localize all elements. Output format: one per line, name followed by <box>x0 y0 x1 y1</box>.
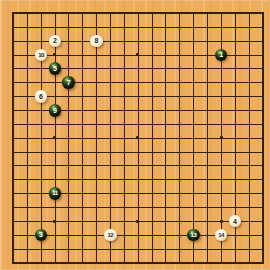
intersection[interactable] <box>48 173 62 187</box>
intersection[interactable] <box>256 214 270 228</box>
intersection[interactable] <box>200 214 214 228</box>
intersection[interactable] <box>159 76 173 90</box>
intersection[interactable] <box>6 186 20 200</box>
intersection[interactable] <box>89 6 103 20</box>
intersection[interactable] <box>242 62 256 76</box>
stone-black-11-D6[interactable]: 11 <box>49 187 62 200</box>
intersection[interactable] <box>256 6 270 20</box>
intersection[interactable] <box>20 159 34 173</box>
intersection[interactable] <box>6 89 20 103</box>
intersection[interactable] <box>34 6 48 20</box>
intersection[interactable] <box>214 256 228 270</box>
intersection[interactable] <box>34 200 48 214</box>
intersection[interactable] <box>173 159 187 173</box>
intersection[interactable] <box>103 48 117 62</box>
intersection[interactable] <box>20 76 34 90</box>
intersection[interactable] <box>214 131 228 145</box>
intersection[interactable] <box>173 242 187 256</box>
intersection[interactable] <box>103 186 117 200</box>
intersection[interactable] <box>62 20 76 34</box>
intersection[interactable] <box>76 228 90 242</box>
intersection[interactable] <box>103 20 117 34</box>
intersection[interactable] <box>145 117 159 131</box>
intersection[interactable] <box>103 256 117 270</box>
intersection[interactable] <box>242 34 256 48</box>
intersection[interactable] <box>6 159 20 173</box>
intersection[interactable] <box>200 145 214 159</box>
intersection[interactable] <box>6 117 20 131</box>
intersection[interactable] <box>256 62 270 76</box>
intersection[interactable] <box>20 117 34 131</box>
intersection[interactable] <box>20 131 34 145</box>
intersection[interactable] <box>34 34 48 48</box>
intersection[interactable] <box>145 242 159 256</box>
intersection[interactable] <box>62 256 76 270</box>
intersection[interactable] <box>173 186 187 200</box>
intersection[interactable] <box>117 214 131 228</box>
intersection[interactable] <box>34 103 48 117</box>
intersection[interactable] <box>228 159 242 173</box>
intersection[interactable] <box>173 256 187 270</box>
intersection[interactable] <box>62 131 76 145</box>
intersection[interactable] <box>131 159 145 173</box>
intersection[interactable] <box>200 228 214 242</box>
intersection[interactable] <box>214 173 228 187</box>
intersection[interactable] <box>242 200 256 214</box>
intersection[interactable] <box>173 6 187 20</box>
intersection[interactable] <box>89 62 103 76</box>
intersection[interactable] <box>131 242 145 256</box>
intersection[interactable] <box>20 103 34 117</box>
intersection[interactable] <box>6 131 20 145</box>
intersection[interactable] <box>186 256 200 270</box>
intersection[interactable] <box>76 131 90 145</box>
intersection[interactable] <box>159 6 173 20</box>
intersection[interactable] <box>103 242 117 256</box>
intersection[interactable] <box>242 159 256 173</box>
intersection[interactable] <box>117 186 131 200</box>
intersection[interactable] <box>34 62 48 76</box>
intersection[interactable] <box>242 103 256 117</box>
intersection[interactable] <box>6 20 20 34</box>
intersection[interactable] <box>228 6 242 20</box>
intersection[interactable] <box>145 256 159 270</box>
intersection[interactable] <box>242 228 256 242</box>
intersection[interactable] <box>103 103 117 117</box>
intersection[interactable] <box>200 159 214 173</box>
intersection[interactable] <box>186 6 200 20</box>
intersection[interactable] <box>103 214 117 228</box>
intersection[interactable] <box>62 62 76 76</box>
intersection[interactable] <box>173 48 187 62</box>
intersection[interactable] <box>34 117 48 131</box>
intersection[interactable] <box>48 89 62 103</box>
intersection[interactable] <box>131 76 145 90</box>
intersection[interactable] <box>173 214 187 228</box>
intersection[interactable] <box>117 173 131 187</box>
intersection[interactable] <box>256 20 270 34</box>
intersection[interactable] <box>6 214 20 228</box>
intersection[interactable] <box>173 131 187 145</box>
intersection[interactable] <box>256 48 270 62</box>
intersection[interactable] <box>62 173 76 187</box>
intersection[interactable] <box>48 159 62 173</box>
intersection[interactable] <box>200 76 214 90</box>
intersection[interactable] <box>256 103 270 117</box>
intersection[interactable] <box>173 117 187 131</box>
intersection[interactable] <box>145 48 159 62</box>
stone-black-5-D15[interactable]: 5 <box>49 62 62 75</box>
intersection[interactable] <box>186 242 200 256</box>
intersection[interactable] <box>62 145 76 159</box>
intersection[interactable] <box>89 228 103 242</box>
intersection[interactable] <box>214 76 228 90</box>
intersection[interactable] <box>6 228 20 242</box>
intersection[interactable] <box>131 117 145 131</box>
intersection[interactable] <box>117 117 131 131</box>
intersection[interactable] <box>20 200 34 214</box>
intersection[interactable] <box>131 256 145 270</box>
intersection[interactable] <box>242 145 256 159</box>
intersection[interactable] <box>242 173 256 187</box>
intersection[interactable] <box>103 6 117 20</box>
intersection[interactable] <box>159 62 173 76</box>
intersection[interactable] <box>89 76 103 90</box>
intersection[interactable] <box>20 6 34 20</box>
intersection[interactable] <box>62 186 76 200</box>
intersection[interactable] <box>76 214 90 228</box>
intersection[interactable] <box>131 214 145 228</box>
intersection[interactable] <box>214 6 228 20</box>
intersection[interactable] <box>159 131 173 145</box>
stone-white-12-H3[interactable]: 12 <box>104 229 117 242</box>
intersection[interactable] <box>62 117 76 131</box>
intersection[interactable] <box>62 242 76 256</box>
intersection[interactable] <box>214 117 228 131</box>
intersection[interactable] <box>173 34 187 48</box>
intersection[interactable] <box>214 20 228 34</box>
intersection[interactable] <box>159 173 173 187</box>
intersection[interactable] <box>214 34 228 48</box>
stone-black-9-D12[interactable]: 9 <box>49 104 62 117</box>
intersection[interactable] <box>117 159 131 173</box>
intersection[interactable] <box>186 145 200 159</box>
intersection[interactable] <box>256 159 270 173</box>
intersection[interactable] <box>242 242 256 256</box>
intersection[interactable] <box>131 103 145 117</box>
intersection[interactable] <box>34 242 48 256</box>
intersection[interactable] <box>200 117 214 131</box>
intersection[interactable] <box>145 76 159 90</box>
intersection[interactable] <box>20 62 34 76</box>
intersection[interactable] <box>200 242 214 256</box>
intersection[interactable] <box>145 89 159 103</box>
intersection[interactable] <box>89 20 103 34</box>
intersection[interactable] <box>200 173 214 187</box>
intersection[interactable] <box>117 20 131 34</box>
intersection[interactable] <box>228 20 242 34</box>
intersection[interactable] <box>159 186 173 200</box>
intersection[interactable] <box>228 131 242 145</box>
intersection[interactable] <box>159 200 173 214</box>
intersection[interactable] <box>186 103 200 117</box>
intersection[interactable] <box>131 6 145 20</box>
intersection[interactable] <box>103 117 117 131</box>
intersection[interactable] <box>117 131 131 145</box>
intersection[interactable] <box>214 62 228 76</box>
intersection[interactable] <box>256 242 270 256</box>
intersection[interactable] <box>256 228 270 242</box>
intersection[interactable] <box>173 200 187 214</box>
intersection[interactable] <box>48 228 62 242</box>
intersection[interactable] <box>48 256 62 270</box>
intersection[interactable] <box>159 256 173 270</box>
intersection[interactable] <box>34 159 48 173</box>
intersection[interactable] <box>117 242 131 256</box>
intersection[interactable] <box>242 48 256 62</box>
intersection[interactable] <box>228 256 242 270</box>
intersection[interactable] <box>89 200 103 214</box>
intersection[interactable] <box>159 159 173 173</box>
intersection[interactable] <box>228 173 242 187</box>
intersection[interactable] <box>6 242 20 256</box>
intersection[interactable] <box>117 89 131 103</box>
intersection[interactable] <box>131 34 145 48</box>
intersection[interactable] <box>20 20 34 34</box>
intersection[interactable] <box>103 159 117 173</box>
intersection[interactable] <box>20 228 34 242</box>
intersection[interactable] <box>186 173 200 187</box>
intersection[interactable] <box>48 20 62 34</box>
intersection[interactable] <box>256 76 270 90</box>
intersection[interactable] <box>214 145 228 159</box>
intersection[interactable] <box>186 200 200 214</box>
intersection[interactable] <box>62 200 76 214</box>
intersection[interactable] <box>48 131 62 145</box>
intersection[interactable] <box>214 159 228 173</box>
intersection[interactable] <box>103 34 117 48</box>
intersection[interactable] <box>186 89 200 103</box>
intersection[interactable] <box>173 173 187 187</box>
intersection[interactable] <box>62 228 76 242</box>
intersection[interactable] <box>131 48 145 62</box>
intersection[interactable] <box>159 228 173 242</box>
intersection[interactable] <box>242 256 256 270</box>
intersection[interactable] <box>117 76 131 90</box>
intersection[interactable] <box>186 34 200 48</box>
intersection[interactable] <box>89 242 103 256</box>
intersection[interactable] <box>214 186 228 200</box>
intersection[interactable] <box>34 131 48 145</box>
intersection[interactable] <box>20 173 34 187</box>
intersection[interactable] <box>103 76 117 90</box>
intersection[interactable] <box>145 20 159 34</box>
intersection[interactable] <box>48 48 62 62</box>
intersection[interactable] <box>89 214 103 228</box>
intersection[interactable] <box>159 89 173 103</box>
intersection[interactable] <box>145 62 159 76</box>
intersection[interactable] <box>159 20 173 34</box>
intersection[interactable] <box>228 186 242 200</box>
intersection[interactable] <box>62 48 76 62</box>
intersection[interactable] <box>48 117 62 131</box>
intersection[interactable] <box>6 173 20 187</box>
intersection[interactable] <box>89 186 103 200</box>
intersection[interactable] <box>76 159 90 173</box>
intersection[interactable] <box>186 214 200 228</box>
intersection[interactable] <box>34 76 48 90</box>
intersection[interactable] <box>131 145 145 159</box>
intersection[interactable] <box>214 200 228 214</box>
intersection[interactable] <box>76 6 90 20</box>
intersection[interactable] <box>256 145 270 159</box>
intersection[interactable] <box>256 34 270 48</box>
intersection[interactable] <box>186 48 200 62</box>
intersection[interactable] <box>173 20 187 34</box>
intersection[interactable] <box>242 131 256 145</box>
intersection[interactable] <box>228 76 242 90</box>
intersection[interactable] <box>62 6 76 20</box>
intersection[interactable] <box>242 89 256 103</box>
intersection[interactable] <box>256 256 270 270</box>
intersection[interactable] <box>103 173 117 187</box>
intersection[interactable] <box>6 200 20 214</box>
intersection[interactable] <box>131 20 145 34</box>
intersection[interactable] <box>117 145 131 159</box>
intersection[interactable] <box>173 228 187 242</box>
intersection[interactable] <box>242 76 256 90</box>
intersection[interactable] <box>131 228 145 242</box>
intersection[interactable] <box>256 117 270 131</box>
intersection[interactable] <box>103 200 117 214</box>
intersection[interactable] <box>103 145 117 159</box>
intersection[interactable] <box>173 103 187 117</box>
intersection[interactable] <box>186 131 200 145</box>
intersection[interactable] <box>214 214 228 228</box>
intersection[interactable] <box>62 34 76 48</box>
intersection[interactable] <box>200 34 214 48</box>
intersection[interactable] <box>159 117 173 131</box>
intersection[interactable] <box>228 89 242 103</box>
intersection[interactable] <box>117 34 131 48</box>
intersection[interactable] <box>228 103 242 117</box>
stone-white-6-C13[interactable]: 6 <box>35 90 48 103</box>
intersection[interactable] <box>76 103 90 117</box>
intersection[interactable] <box>34 256 48 270</box>
intersection[interactable] <box>256 200 270 214</box>
intersection[interactable] <box>228 228 242 242</box>
intersection[interactable] <box>117 103 131 117</box>
intersection[interactable] <box>76 34 90 48</box>
stone-white-8-G17[interactable]: 8 <box>90 35 103 48</box>
intersection[interactable] <box>20 186 34 200</box>
intersection[interactable] <box>186 117 200 131</box>
intersection[interactable] <box>20 89 34 103</box>
intersection[interactable] <box>186 62 200 76</box>
intersection[interactable] <box>159 34 173 48</box>
intersection[interactable] <box>117 256 131 270</box>
intersection[interactable] <box>131 173 145 187</box>
intersection[interactable] <box>256 186 270 200</box>
intersection[interactable] <box>34 20 48 34</box>
intersection[interactable] <box>6 145 20 159</box>
intersection[interactable] <box>76 62 90 76</box>
intersection[interactable] <box>48 214 62 228</box>
intersection[interactable] <box>76 117 90 131</box>
intersection[interactable] <box>131 186 145 200</box>
intersection[interactable] <box>20 145 34 159</box>
intersection[interactable] <box>62 214 76 228</box>
intersection[interactable] <box>228 34 242 48</box>
intersection[interactable] <box>89 89 103 103</box>
intersection[interactable] <box>145 200 159 214</box>
intersection[interactable] <box>186 76 200 90</box>
intersection[interactable] <box>117 62 131 76</box>
intersection[interactable] <box>173 62 187 76</box>
intersection[interactable] <box>145 131 159 145</box>
intersection[interactable] <box>256 131 270 145</box>
stone-black-7-E14[interactable]: 7 <box>62 76 75 89</box>
intersection[interactable] <box>242 117 256 131</box>
intersection[interactable] <box>34 145 48 159</box>
intersection[interactable] <box>159 103 173 117</box>
intersection[interactable] <box>145 103 159 117</box>
intersection[interactable] <box>173 145 187 159</box>
intersection[interactable] <box>228 62 242 76</box>
intersection[interactable] <box>6 6 20 20</box>
intersection[interactable] <box>159 214 173 228</box>
intersection[interactable] <box>242 214 256 228</box>
intersection[interactable] <box>186 20 200 34</box>
intersection[interactable] <box>131 89 145 103</box>
intersection[interactable] <box>131 200 145 214</box>
intersection[interactable] <box>145 186 159 200</box>
intersection[interactable] <box>89 117 103 131</box>
intersection[interactable] <box>76 186 90 200</box>
intersection[interactable] <box>214 242 228 256</box>
intersection[interactable] <box>173 89 187 103</box>
intersection[interactable] <box>131 62 145 76</box>
intersection[interactable] <box>89 103 103 117</box>
intersection[interactable] <box>200 186 214 200</box>
intersection[interactable] <box>200 89 214 103</box>
intersection[interactable] <box>228 145 242 159</box>
intersection[interactable] <box>200 131 214 145</box>
intersection[interactable] <box>186 159 200 173</box>
intersection[interactable] <box>20 214 34 228</box>
intersection[interactable] <box>159 242 173 256</box>
intersection[interactable] <box>145 6 159 20</box>
intersection[interactable] <box>242 186 256 200</box>
intersection[interactable] <box>62 89 76 103</box>
intersection[interactable] <box>6 34 20 48</box>
intersection[interactable] <box>76 20 90 34</box>
intersection[interactable] <box>145 145 159 159</box>
intersection[interactable] <box>117 228 131 242</box>
intersection[interactable] <box>159 145 173 159</box>
intersection[interactable] <box>34 214 48 228</box>
intersection[interactable] <box>228 242 242 256</box>
intersection[interactable] <box>20 256 34 270</box>
intersection[interactable] <box>173 76 187 90</box>
intersection[interactable] <box>131 131 145 145</box>
intersection[interactable] <box>200 6 214 20</box>
intersection[interactable] <box>200 200 214 214</box>
intersection[interactable] <box>200 103 214 117</box>
intersection[interactable] <box>242 6 256 20</box>
intersection[interactable] <box>145 228 159 242</box>
intersection[interactable] <box>89 145 103 159</box>
